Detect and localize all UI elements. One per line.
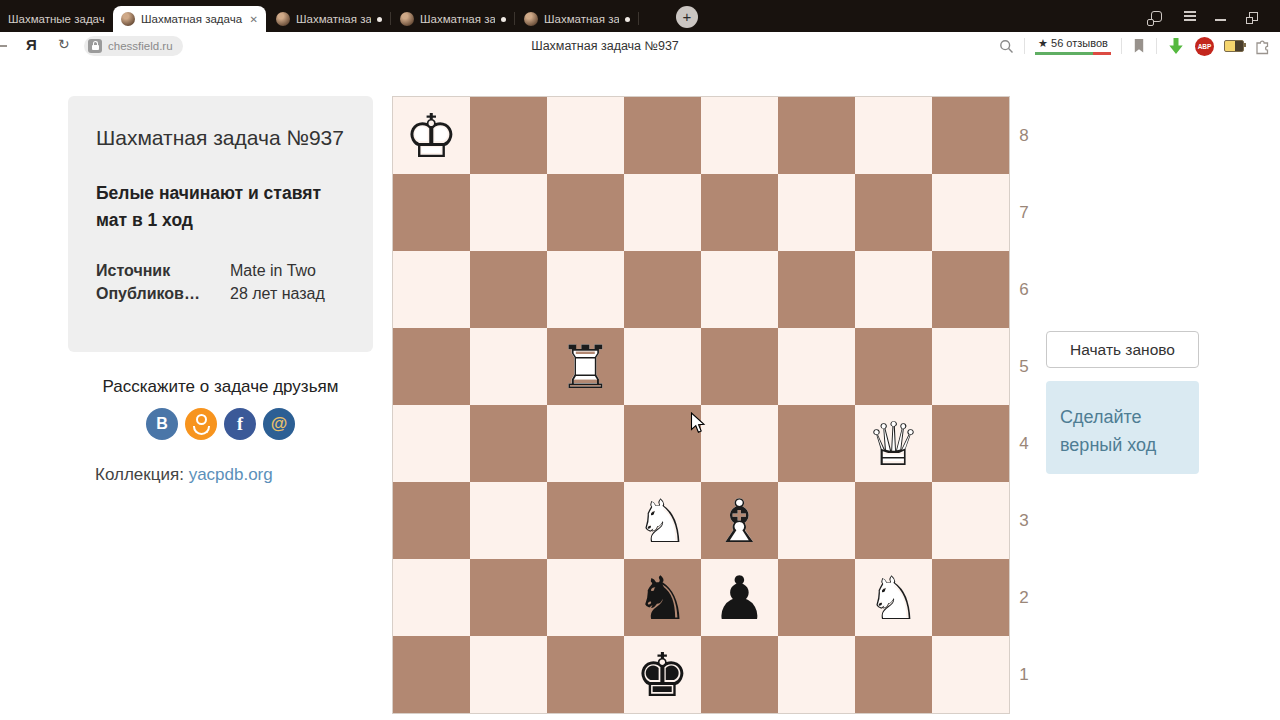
- square-h4[interactable]: [932, 405, 1009, 482]
- square-b3[interactable]: [470, 482, 547, 559]
- site-url: chessfield.ru: [108, 40, 173, 52]
- square-h1[interactable]: [932, 636, 1009, 713]
- chess-board[interactable]: ♚♔♜♖♛♕♞♘♝♗♞♟♞♘♚: [393, 97, 1009, 713]
- rank-label-6: 6: [1012, 251, 1036, 328]
- square-h3[interactable]: [932, 482, 1009, 559]
- collection-label: Коллекция:: [95, 465, 184, 484]
- social-share-row: В f @: [68, 408, 373, 440]
- tab-title: Шахматная задача №4: [296, 13, 371, 25]
- extensions-puzzle-icon[interactable]: [1254, 37, 1272, 55]
- published-value: 28 лет назад: [230, 282, 325, 305]
- square-b4[interactable]: [470, 405, 547, 482]
- rank-label-3: 3: [1012, 482, 1036, 559]
- square-f6[interactable]: [778, 251, 855, 328]
- reload-icon[interactable]: ↻: [58, 36, 70, 52]
- square-g8[interactable]: [855, 97, 932, 174]
- square-e6[interactable]: [701, 251, 778, 328]
- restore-window-button[interactable]: [1249, 0, 1258, 32]
- rank-label-1: 1: [1012, 636, 1036, 713]
- close-tab-icon[interactable]: ✕: [250, 14, 258, 25]
- square-g4[interactable]: ♛♕: [855, 405, 932, 482]
- square-b8[interactable]: [470, 97, 547, 174]
- white-rook[interactable]: ♜♖: [547, 328, 624, 405]
- hint-panel[interactable]: Сделайте верный ход: [1046, 381, 1199, 474]
- battery-saver-icon[interactable]: [1224, 40, 1244, 52]
- square-e2[interactable]: ♟: [701, 559, 778, 636]
- share-heading: Расскажите о задаче друзьям: [68, 377, 373, 397]
- odnoklassniki-share-icon[interactable]: [185, 408, 217, 440]
- square-h7[interactable]: [932, 174, 1009, 251]
- unloaded-tab-dot-icon: [501, 17, 506, 22]
- minimize-icon: [1215, 19, 1226, 21]
- square-f1[interactable]: [778, 636, 855, 713]
- rank-label-4: 4: [1012, 405, 1036, 482]
- mouse-cursor: [690, 412, 706, 434]
- hamburger-menu-icon: [1184, 15, 1196, 17]
- square-g7[interactable]: [855, 174, 932, 251]
- tab-separator: [638, 12, 639, 25]
- toolbar-divider: [1121, 38, 1122, 54]
- square-b5[interactable]: [470, 328, 547, 405]
- square-g2[interactable]: ♞♘: [855, 559, 932, 636]
- black-pawn[interactable]: ♟: [701, 559, 778, 636]
- white-bishop[interactable]: ♝♗: [701, 482, 778, 559]
- square-d5[interactable]: [624, 328, 701, 405]
- tab-title: Шахматные задачи, 2 стр: [8, 13, 105, 25]
- square-c4[interactable]: [547, 405, 624, 482]
- square-a1[interactable]: [393, 636, 470, 713]
- toolbar-divider: [1024, 38, 1025, 54]
- reviews-count: ★ 56 отзывов: [1038, 38, 1108, 49]
- rank-label-2: 2: [1012, 559, 1036, 636]
- unloaded-tab-dot-icon: [625, 17, 630, 22]
- square-c7[interactable]: [547, 174, 624, 251]
- square-g5[interactable]: [855, 328, 932, 405]
- search-icon[interactable]: [999, 39, 1014, 54]
- address-bar[interactable]: chessfield.ru: [84, 36, 183, 56]
- rank-label-7: 7: [1012, 174, 1036, 251]
- rating-bar: [1035, 52, 1111, 55]
- browser-window: Шахматные задачи, 2 стр Шахматная задача…: [0, 0, 1280, 720]
- collection-line: Коллекция: yacpdb.org: [95, 465, 273, 485]
- site-favicon-icon: [400, 12, 414, 26]
- square-a8[interactable]: ♚♔: [393, 97, 470, 174]
- toolbar-divider: [1156, 38, 1157, 54]
- white-knight[interactable]: ♞♘: [855, 559, 932, 636]
- white-knight[interactable]: ♞♘: [624, 482, 701, 559]
- square-c1[interactable]: [547, 636, 624, 713]
- source-value: Mate in Two: [230, 259, 316, 282]
- published-row: Опубликов… 28 лет назад: [96, 282, 345, 305]
- tab-groups-icon: [1151, 11, 1162, 22]
- tab-problem-9[interactable]: Шахматная задача №9: [516, 6, 638, 32]
- square-c8[interactable]: [547, 97, 624, 174]
- black-king[interactable]: ♚: [624, 636, 701, 713]
- tab-groups-button[interactable]: [1151, 0, 1162, 32]
- square-b2[interactable]: [470, 559, 547, 636]
- square-h8[interactable]: [932, 97, 1009, 174]
- source-row: Источник Mate in Two: [96, 259, 345, 282]
- square-a7[interactable]: [393, 174, 470, 251]
- white-queen[interactable]: ♛♕: [855, 405, 932, 482]
- square-b1[interactable]: [470, 636, 547, 713]
- square-a4[interactable]: [393, 405, 470, 482]
- white-king[interactable]: ♚♔: [393, 97, 470, 174]
- square-g6[interactable]: [855, 251, 932, 328]
- square-d1[interactable]: ♚: [624, 636, 701, 713]
- minimize-window-button[interactable]: [1215, 0, 1226, 32]
- square-b7[interactable]: [470, 174, 547, 251]
- square-f8[interactable]: [778, 97, 855, 174]
- tab-active-problem-937[interactable]: Шахматная задача №9 ✕: [113, 6, 266, 32]
- facebook-share-icon[interactable]: f: [224, 408, 256, 440]
- new-tab-button[interactable]: +: [676, 6, 698, 28]
- mailru-share-icon[interactable]: @: [263, 408, 295, 440]
- square-e8[interactable]: [701, 97, 778, 174]
- square-f3[interactable]: [778, 482, 855, 559]
- tab-problem-7[interactable]: Шахматная задача №7: [392, 6, 514, 32]
- square-h6[interactable]: [932, 251, 1009, 328]
- tab-title: Шахматная задача №9: [544, 13, 619, 25]
- tab-separator: [514, 12, 515, 25]
- restore-icon: [1249, 12, 1258, 21]
- square-f7[interactable]: [778, 174, 855, 251]
- square-e7[interactable]: [701, 174, 778, 251]
- square-a6[interactable]: [393, 251, 470, 328]
- tab-chess-problems-list[interactable]: Шахматные задачи, 2 стр: [0, 6, 113, 32]
- adblock-plus-icon[interactable]: ABP: [1195, 37, 1214, 56]
- ssl-lock-icon[interactable]: [88, 39, 102, 53]
- back-icon[interactable]: [0, 45, 7, 47]
- square-e1[interactable]: [701, 636, 778, 713]
- site-favicon-icon: [524, 12, 538, 26]
- collection-link[interactable]: yacpdb.org: [189, 465, 273, 484]
- tab-problem-4[interactable]: Шахматная задача №4: [268, 6, 390, 32]
- tab-bar: Шахматные задачи, 2 стр Шахматная задача…: [0, 0, 1280, 32]
- browser-menu-button[interactable]: [1184, 0, 1196, 32]
- square-c6[interactable]: [547, 251, 624, 328]
- vk-share-icon[interactable]: В: [146, 408, 178, 440]
- square-b6[interactable]: [470, 251, 547, 328]
- yandex-logo-icon[interactable]: Я: [26, 36, 37, 53]
- square-d7[interactable]: [624, 174, 701, 251]
- bookmark-icon[interactable]: [1132, 38, 1146, 54]
- video-download-extension-icon[interactable]: [1167, 37, 1185, 55]
- square-c2[interactable]: [547, 559, 624, 636]
- square-d3[interactable]: ♞♘: [624, 482, 701, 559]
- square-c5[interactable]: ♜♖: [547, 328, 624, 405]
- square-a5[interactable]: [393, 328, 470, 405]
- tab-separator: [390, 12, 391, 25]
- problem-title: Шахматная задача №937: [96, 124, 345, 152]
- tab-title: Шахматная задача №7: [420, 13, 495, 25]
- square-d6[interactable]: [624, 251, 701, 328]
- square-g3[interactable]: [855, 482, 932, 559]
- square-h2[interactable]: [932, 559, 1009, 636]
- problem-info-panel: Шахматная задача №937 Белые начинают и с…: [68, 96, 373, 352]
- square-h5[interactable]: [932, 328, 1009, 405]
- published-label: Опубликов…: [96, 282, 230, 305]
- unloaded-tab-dot-icon: [377, 17, 382, 22]
- square-f4[interactable]: [778, 405, 855, 482]
- rank-coordinates: 87654321: [1012, 97, 1036, 713]
- site-favicon-icon: [276, 12, 290, 26]
- square-e3[interactable]: ♝♗: [701, 482, 778, 559]
- square-g1[interactable]: [855, 636, 932, 713]
- black-knight[interactable]: ♞: [624, 559, 701, 636]
- square-d2[interactable]: ♞: [624, 559, 701, 636]
- browser-toolbar: Я ↻ chessfield.ru Шахматная задача №937 …: [0, 32, 1280, 60]
- site-favicon-icon: [121, 12, 135, 26]
- square-d8[interactable]: [624, 97, 701, 174]
- restart-button[interactable]: Начать заново: [1046, 331, 1199, 368]
- tab-title: Шахматная задача №9: [141, 13, 244, 25]
- source-label: Источник: [96, 259, 230, 282]
- rank-label-5: 5: [1012, 328, 1036, 405]
- square-e4[interactable]: [701, 405, 778, 482]
- smartline-page-title[interactable]: Шахматная задача №937: [531, 39, 679, 53]
- square-e5[interactable]: [701, 328, 778, 405]
- square-c3[interactable]: [547, 482, 624, 559]
- square-a2[interactable]: [393, 559, 470, 636]
- square-f5[interactable]: [778, 328, 855, 405]
- rank-label-8: 8: [1012, 97, 1036, 174]
- square-f2[interactable]: [778, 559, 855, 636]
- site-reviews-badge[interactable]: ★ 56 отзывов: [1035, 38, 1111, 55]
- square-a3[interactable]: [393, 482, 470, 559]
- problem-goal: Белые начинают и ставят мат в 1 ход: [96, 180, 345, 233]
